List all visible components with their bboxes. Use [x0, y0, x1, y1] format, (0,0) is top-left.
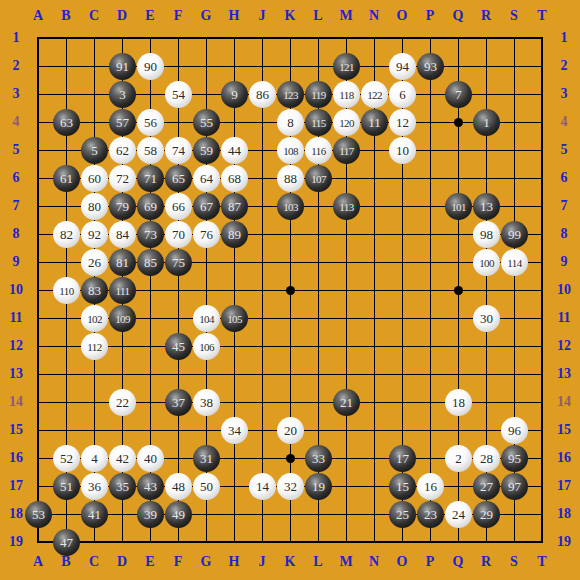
coord-top-G[interactable]: G [192, 3, 220, 29]
stone-number: 42 [116, 451, 129, 467]
stone-number: 110 [59, 285, 73, 297]
coord-top-Q[interactable]: Q [444, 3, 472, 29]
coord-right-19[interactable]: 19 [550, 529, 578, 555]
stone-number: 59 [200, 143, 213, 159]
stone-white-98-R8: 98 [473, 221, 500, 248]
coord-bottom-H[interactable]: H [220, 549, 248, 575]
stone-number: 66 [172, 199, 185, 215]
coord-top-J[interactable]: J [248, 3, 276, 29]
coord-right-17[interactable]: 17 [550, 473, 578, 499]
grid-line-horizontal [37, 541, 543, 543]
stone-white-10-O5: 10 [389, 137, 416, 164]
stone-white-58-E5: 58 [137, 137, 164, 164]
stone-number: 52 [60, 451, 73, 467]
stone-white-64-G6: 64 [193, 165, 220, 192]
stone-black-113-M7: 113 [333, 193, 360, 220]
stone-black-49-F18: 49 [165, 501, 192, 528]
coord-left-8[interactable]: 8 [2, 221, 30, 247]
stone-white-70-F8: 70 [165, 221, 192, 248]
star-point-K16 [286, 454, 295, 463]
stone-number: 20 [284, 423, 297, 439]
coord-top-L[interactable]: L [304, 3, 332, 29]
coord-right-9[interactable]: 9 [550, 249, 578, 275]
stone-black-9-H3: 9 [221, 81, 248, 108]
stone-black-111-D10: 111 [109, 277, 136, 304]
coord-left-6[interactable]: 6 [2, 165, 30, 191]
coord-bottom-F[interactable]: F [164, 549, 192, 575]
stone-number: 101 [451, 201, 466, 213]
coord-right-12[interactable]: 12 [550, 333, 578, 359]
stone-white-18-Q14: 18 [445, 389, 472, 416]
stone-black-29-R18: 29 [473, 501, 500, 528]
coord-right-16[interactable]: 16 [550, 445, 578, 471]
stone-white-28-R16: 28 [473, 445, 500, 472]
stone-number: 94 [396, 59, 409, 75]
stone-number: 120 [339, 117, 354, 129]
coord-right-4[interactable]: 4 [550, 109, 578, 135]
stone-black-53-A18: 53 [25, 501, 52, 528]
stone-number: 17 [396, 451, 409, 467]
stone-black-51-B17: 51 [53, 473, 80, 500]
stone-white-74-F5: 74 [165, 137, 192, 164]
stone-number: 45 [172, 339, 185, 355]
stone-white-80-C7: 80 [81, 193, 108, 220]
stone-white-36-C17: 36 [81, 473, 108, 500]
coord-top-K[interactable]: K [276, 3, 304, 29]
coord-left-10[interactable]: 10 [2, 277, 30, 303]
stone-white-50-G17: 50 [193, 473, 220, 500]
stone-white-24-Q18: 24 [445, 501, 472, 528]
stone-white-56-E4: 56 [137, 109, 164, 136]
stone-black-59-G5: 59 [193, 137, 220, 164]
stone-white-32-K17: 32 [277, 473, 304, 500]
stone-number: 24 [452, 507, 465, 523]
stone-number: 50 [200, 479, 213, 495]
coord-right-14[interactable]: 14 [550, 389, 578, 415]
coord-right-18[interactable]: 18 [550, 501, 578, 527]
coord-top-F[interactable]: F [164, 3, 192, 29]
stone-number: 118 [339, 89, 353, 101]
stone-number: 72 [116, 171, 129, 187]
stone-number: 104 [199, 313, 214, 325]
stone-number: 91 [116, 59, 129, 75]
stone-white-108-K5: 108 [277, 137, 304, 164]
stone-number: 23 [424, 507, 437, 523]
stone-number: 36 [88, 479, 101, 495]
stone-white-6-O3: 6 [389, 81, 416, 108]
stone-black-57-D4: 57 [109, 109, 136, 136]
stone-number: 58 [144, 143, 157, 159]
stone-number: 22 [116, 395, 129, 411]
stone-number: 79 [116, 199, 129, 215]
coord-top-M[interactable]: M [332, 3, 360, 29]
coord-bottom-O[interactable]: O [388, 549, 416, 575]
coord-right-3[interactable]: 3 [550, 81, 578, 107]
coord-left-4[interactable]: 4 [2, 109, 30, 135]
stone-white-42-D16: 42 [109, 445, 136, 472]
stone-number: 98 [480, 227, 493, 243]
coord-top-B[interactable]: B [52, 3, 80, 29]
coord-bottom-E[interactable]: E [136, 549, 164, 575]
stone-number: 40 [144, 451, 157, 467]
coord-left-16[interactable]: 16 [2, 445, 30, 471]
stone-black-33-L16: 33 [305, 445, 332, 472]
coord-left-2[interactable]: 2 [2, 53, 30, 79]
coord-left-1[interactable]: 1 [2, 25, 30, 51]
coord-left-12[interactable]: 12 [2, 333, 30, 359]
stone-number: 123 [283, 89, 298, 101]
stone-number: 38 [200, 395, 213, 411]
stone-black-87-H7: 87 [221, 193, 248, 220]
stone-number: 119 [311, 89, 325, 101]
stone-white-112-C12: 112 [81, 333, 108, 360]
coord-right-1[interactable]: 1 [550, 25, 578, 51]
stone-white-72-D6: 72 [109, 165, 136, 192]
coord-bottom-R[interactable]: R [472, 549, 500, 575]
stone-number: 21 [340, 395, 353, 411]
stone-number: 44 [228, 143, 241, 159]
stone-number: 31 [200, 451, 213, 467]
stone-white-120-M4: 120 [333, 109, 360, 136]
stone-white-16-P17: 16 [417, 473, 444, 500]
stone-white-34-H15: 34 [221, 417, 248, 444]
stone-black-39-E18: 39 [137, 501, 164, 528]
stone-black-37-F14: 37 [165, 389, 192, 416]
stone-number: 25 [396, 507, 409, 523]
coord-top-C[interactable]: C [80, 3, 108, 29]
stone-white-14-J17: 14 [249, 473, 276, 500]
stone-number: 116 [311, 145, 325, 157]
stone-number: 34 [228, 423, 241, 439]
stone-number: 71 [144, 171, 157, 187]
stone-white-22-D14: 22 [109, 389, 136, 416]
stone-number: 18 [452, 395, 465, 411]
stone-number: 96 [508, 423, 521, 439]
stone-white-26-C9: 26 [81, 249, 108, 276]
stone-number: 11 [368, 115, 381, 131]
stone-white-122-N3: 122 [361, 81, 388, 108]
stone-number: 57 [116, 115, 129, 131]
coord-left-19[interactable]: 19 [2, 529, 30, 555]
stone-black-79-D7: 79 [109, 193, 136, 220]
stone-number: 87 [228, 199, 241, 215]
stone-number: 7 [455, 87, 462, 103]
coord-bottom-C[interactable]: C [80, 549, 108, 575]
coord-top-R[interactable]: R [472, 3, 500, 29]
stone-number: 88 [284, 171, 297, 187]
stone-black-81-D9: 81 [109, 249, 136, 276]
stone-number: 49 [172, 507, 185, 523]
coord-bottom-J[interactable]: J [248, 549, 276, 575]
stone-number: 41 [88, 507, 101, 523]
coord-bottom-K[interactable]: K [276, 549, 304, 575]
stone-black-119-L3: 119 [305, 81, 332, 108]
stone-number: 86 [256, 87, 269, 103]
stone-white-96-S15: 96 [501, 417, 528, 444]
stone-black-91-D2: 91 [109, 53, 136, 80]
stone-black-47-B19: 47 [53, 529, 80, 556]
coord-top-S[interactable]: S [500, 3, 528, 29]
stone-number: 43 [144, 479, 157, 495]
stone-white-94-O2: 94 [389, 53, 416, 80]
stone-number: 12 [396, 115, 409, 131]
stone-number: 109 [115, 313, 130, 325]
coord-right-2[interactable]: 2 [550, 53, 578, 79]
stone-number: 84 [116, 227, 129, 243]
stone-black-65-F6: 65 [165, 165, 192, 192]
stone-black-55-G4: 55 [193, 109, 220, 136]
stone-number: 92 [88, 227, 101, 243]
stone-black-5-C5: 5 [81, 137, 108, 164]
star-point-K10 [286, 286, 295, 295]
stone-white-62-D5: 62 [109, 137, 136, 164]
stone-number: 81 [116, 255, 129, 271]
stone-black-19-L17: 19 [305, 473, 332, 500]
coord-top-E[interactable]: E [136, 3, 164, 29]
stone-white-30-R11: 30 [473, 305, 500, 332]
stone-black-15-O17: 15 [389, 473, 416, 500]
stone-number: 28 [480, 451, 493, 467]
stone-number: 114 [507, 257, 521, 269]
stone-number: 111 [116, 285, 130, 297]
coord-left-5[interactable]: 5 [2, 137, 30, 163]
coord-bottom-P[interactable]: P [416, 549, 444, 575]
coord-left-7[interactable]: 7 [2, 193, 30, 219]
coord-bottom-M[interactable]: M [332, 549, 360, 575]
stone-number: 51 [60, 479, 73, 495]
stone-number: 39 [144, 507, 157, 523]
stone-number: 2 [455, 451, 462, 467]
stone-number: 105 [227, 313, 242, 325]
stone-black-85-E9: 85 [137, 249, 164, 276]
stone-number: 13 [480, 199, 493, 215]
coord-right-15[interactable]: 15 [550, 417, 578, 443]
stone-white-82-B8: 82 [53, 221, 80, 248]
coord-top-D[interactable]: D [108, 3, 136, 29]
coord-left-15[interactable]: 15 [2, 417, 30, 443]
stone-black-89-H8: 89 [221, 221, 248, 248]
grid-line-horizontal [37, 374, 543, 375]
coord-right-7[interactable]: 7 [550, 193, 578, 219]
stone-white-38-G14: 38 [193, 389, 220, 416]
stone-black-83-C10: 83 [81, 277, 108, 304]
stone-number: 29 [480, 507, 493, 523]
stone-black-43-E17: 43 [137, 473, 164, 500]
stone-number: 3 [119, 87, 126, 103]
stone-number: 14 [256, 479, 269, 495]
coord-right-10[interactable]: 10 [550, 277, 578, 303]
stone-number: 80 [88, 199, 101, 215]
stone-white-68-H6: 68 [221, 165, 248, 192]
stone-white-12-O4: 12 [389, 109, 416, 136]
stone-number: 102 [87, 313, 102, 325]
coord-top-P[interactable]: P [416, 3, 444, 29]
stone-black-99-S8: 99 [501, 221, 528, 248]
stone-white-100-R9: 100 [473, 249, 500, 276]
coord-top-O[interactable]: O [388, 3, 416, 29]
stone-number: 113 [339, 201, 353, 213]
stone-black-1-R4: 1 [473, 109, 500, 136]
stone-black-23-P18: 23 [417, 501, 444, 528]
stone-number: 56 [144, 115, 157, 131]
stone-black-41-C18: 41 [81, 501, 108, 528]
stone-white-104-G11: 104 [193, 305, 220, 332]
stone-white-4-C16: 4 [81, 445, 108, 472]
coord-right-8[interactable]: 8 [550, 221, 578, 247]
stone-number: 107 [311, 173, 326, 185]
stone-number: 100 [479, 257, 494, 269]
coord-left-3[interactable]: 3 [2, 81, 30, 107]
stone-number: 32 [284, 479, 297, 495]
stone-number: 30 [480, 311, 493, 327]
star-point-Q4 [454, 118, 463, 127]
stone-number: 16 [424, 479, 437, 495]
stone-black-75-F9: 75 [165, 249, 192, 276]
coord-left-17[interactable]: 17 [2, 473, 30, 499]
stone-number: 26 [88, 255, 101, 271]
stone-black-121-M2: 121 [333, 53, 360, 80]
star-point-Q10 [454, 286, 463, 295]
stone-black-109-D11: 109 [109, 305, 136, 332]
stone-black-63-B4: 63 [53, 109, 80, 136]
stone-black-31-G16: 31 [193, 445, 220, 472]
stone-number: 108 [283, 145, 298, 157]
stone-number: 9 [231, 87, 238, 103]
coord-bottom-D[interactable]: D [108, 549, 136, 575]
stone-number: 97 [508, 479, 521, 495]
stone-number: 5 [91, 143, 98, 159]
grid-line-vertical [541, 37, 543, 543]
stone-number: 61 [60, 171, 73, 187]
stone-white-110-B10: 110 [53, 277, 80, 304]
stone-number: 122 [367, 89, 382, 101]
stone-number: 6 [399, 87, 406, 103]
stone-number: 67 [200, 199, 213, 215]
stone-white-52-B16: 52 [53, 445, 80, 472]
stone-number: 4 [91, 451, 98, 467]
stone-white-102-C11: 102 [81, 305, 108, 332]
stone-white-116-L5: 116 [305, 137, 332, 164]
stone-white-114-S9: 114 [501, 249, 528, 276]
stone-black-95-S16: 95 [501, 445, 528, 472]
stone-white-86-J3: 86 [249, 81, 276, 108]
stone-number: 62 [116, 143, 129, 159]
coord-bottom-S[interactable]: S [500, 549, 528, 575]
coord-top-H[interactable]: H [220, 3, 248, 29]
stone-number: 15 [396, 479, 409, 495]
stone-white-84-D8: 84 [109, 221, 136, 248]
stone-black-13-R7: 13 [473, 193, 500, 220]
stone-white-40-E16: 40 [137, 445, 164, 472]
stone-black-45-F12: 45 [165, 333, 192, 360]
stone-white-44-H5: 44 [221, 137, 248, 164]
go-board-diagram: AABBCCDDEEFFGGHHJJKKLLMMNNOOPPQQRRSSTT11… [0, 0, 580, 580]
grid-line-vertical [430, 37, 431, 543]
stone-black-97-S17: 97 [501, 473, 528, 500]
stone-number: 64 [200, 171, 213, 187]
stone-white-8-K4: 8 [277, 109, 304, 136]
stone-number: 93 [424, 59, 437, 75]
stone-black-25-O18: 25 [389, 501, 416, 528]
stone-number: 37 [172, 395, 185, 411]
stone-black-17-O16: 17 [389, 445, 416, 472]
stone-number: 82 [60, 227, 73, 243]
stone-black-11-N4: 11 [361, 109, 388, 136]
stone-number: 19 [312, 479, 325, 495]
stone-number: 95 [508, 451, 521, 467]
stone-number: 89 [228, 227, 241, 243]
stone-number: 83 [88, 283, 101, 299]
coord-bottom-Q[interactable]: Q [444, 549, 472, 575]
coord-left-13[interactable]: 13 [2, 361, 30, 387]
stone-number: 106 [199, 341, 214, 353]
stone-number: 35 [116, 479, 129, 495]
coord-right-11[interactable]: 11 [550, 305, 578, 331]
stone-number: 48 [172, 479, 185, 495]
stone-white-88-K6: 88 [277, 165, 304, 192]
stone-white-90-E2: 90 [137, 53, 164, 80]
stone-number: 33 [312, 451, 325, 467]
stone-number: 85 [144, 255, 157, 271]
stone-number: 60 [88, 171, 101, 187]
coord-right-5[interactable]: 5 [550, 137, 578, 163]
stone-white-60-C6: 60 [81, 165, 108, 192]
stone-white-106-G12: 106 [193, 333, 220, 360]
stone-white-48-F17: 48 [165, 473, 192, 500]
stone-black-103-K7: 103 [277, 193, 304, 220]
stone-number: 99 [508, 227, 521, 243]
stone-black-73-E8: 73 [137, 221, 164, 248]
stone-number: 63 [60, 115, 73, 131]
stone-black-3-D3: 3 [109, 81, 136, 108]
stone-black-61-B6: 61 [53, 165, 80, 192]
stone-number: 65 [172, 171, 185, 187]
stone-number: 90 [144, 59, 157, 75]
stone-black-107-L6: 107 [305, 165, 332, 192]
coord-top-N[interactable]: N [360, 3, 388, 29]
stone-white-66-F7: 66 [165, 193, 192, 220]
stone-number: 68 [228, 171, 241, 187]
stone-white-92-C8: 92 [81, 221, 108, 248]
stone-number: 54 [172, 87, 185, 103]
coord-right-13[interactable]: 13 [550, 361, 578, 387]
stone-black-7-Q3: 7 [445, 81, 472, 108]
stone-number: 121 [339, 61, 354, 73]
coord-bottom-L[interactable]: L [304, 549, 332, 575]
stone-number: 69 [144, 199, 157, 215]
stone-white-20-K15: 20 [277, 417, 304, 444]
stone-black-93-P2: 93 [417, 53, 444, 80]
grid-line-horizontal [37, 346, 543, 347]
coord-left-14[interactable]: 14 [2, 389, 30, 415]
stone-number: 75 [172, 255, 185, 271]
coord-bottom-N[interactable]: N [360, 549, 388, 575]
coord-left-9[interactable]: 9 [2, 249, 30, 275]
stone-number: 53 [32, 507, 45, 523]
stone-white-2-Q16: 2 [445, 445, 472, 472]
coord-bottom-G[interactable]: G [192, 549, 220, 575]
coord-right-6[interactable]: 6 [550, 165, 578, 191]
stone-black-123-K3: 123 [277, 81, 304, 108]
stone-number: 117 [339, 145, 353, 157]
coord-left-11[interactable]: 11 [2, 305, 30, 331]
stone-black-21-M14: 21 [333, 389, 360, 416]
stone-number: 27 [480, 479, 493, 495]
stone-number: 1 [483, 115, 490, 131]
stone-white-76-G8: 76 [193, 221, 220, 248]
stone-number: 73 [144, 227, 157, 243]
stone-black-27-R17: 27 [473, 473, 500, 500]
